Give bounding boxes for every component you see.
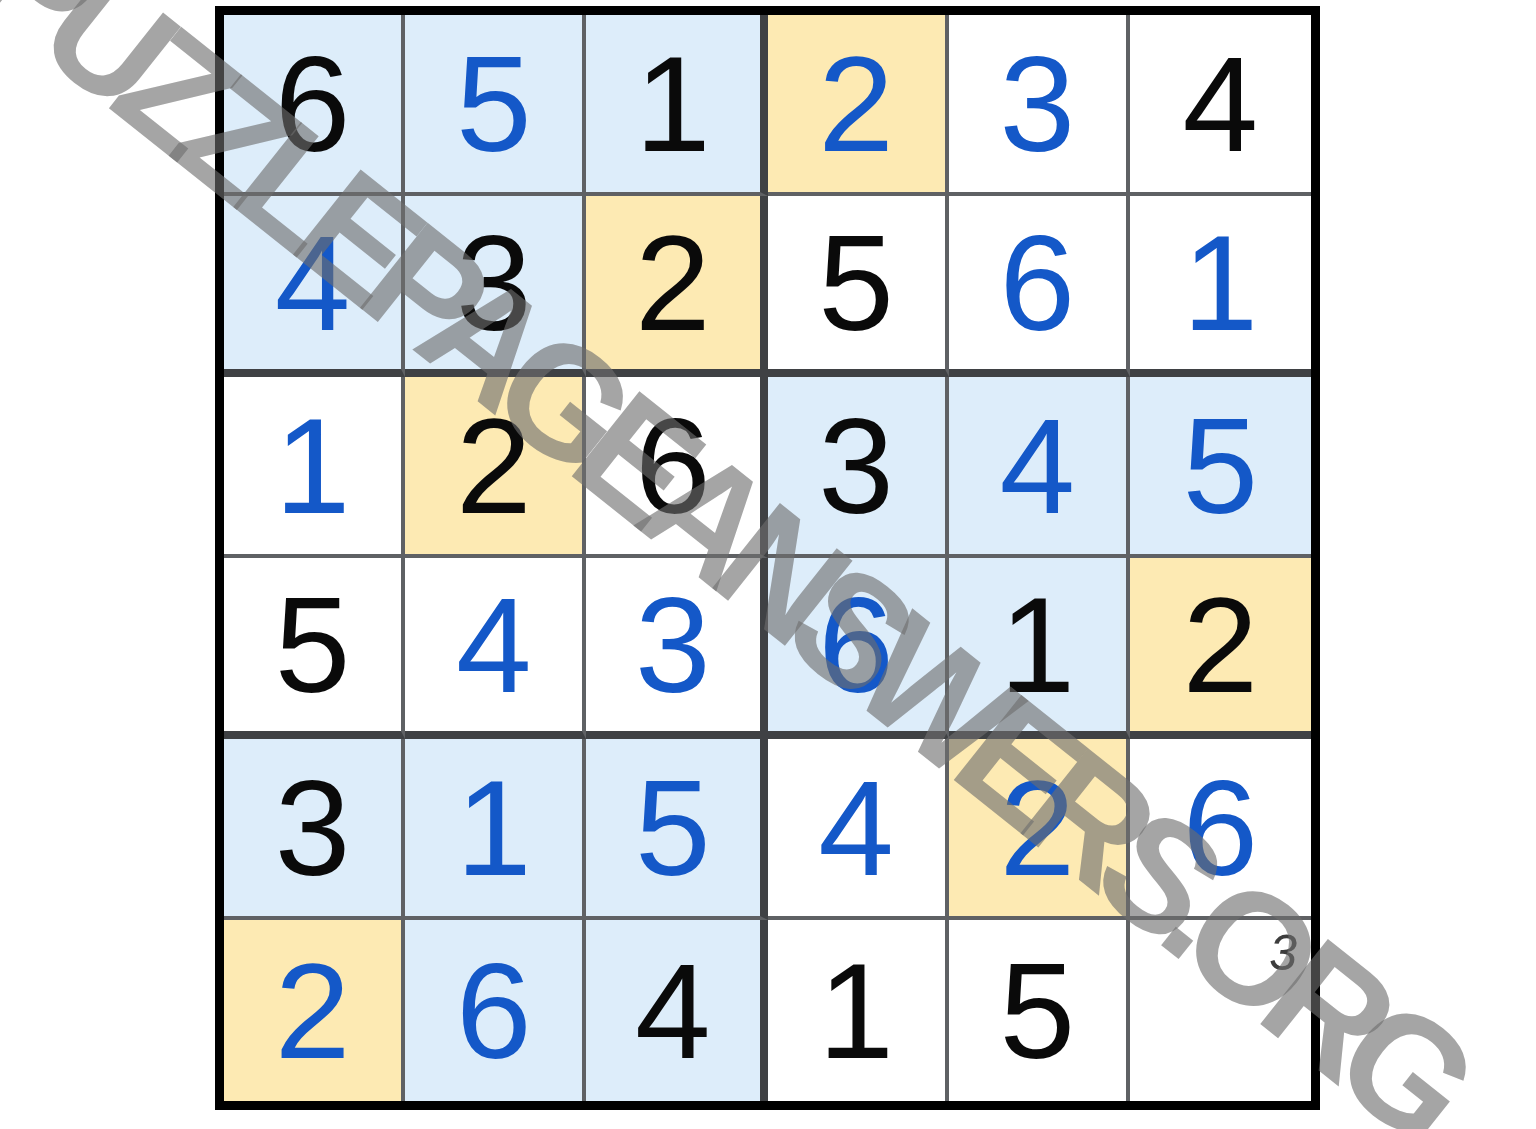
cell-r6c4[interactable]: 1 xyxy=(768,920,949,1101)
cell-value: 6 xyxy=(275,36,351,172)
cell-r2c4[interactable]: 5 xyxy=(768,196,949,377)
cell-value: 1 xyxy=(456,760,532,896)
cell-r2c2[interactable]: 3 xyxy=(405,196,586,377)
cell-r2c6[interactable]: 1 xyxy=(1130,196,1311,377)
cell-r4c2[interactable]: 4 xyxy=(405,558,586,739)
cell-r3c1[interactable]: 1 xyxy=(224,377,405,558)
cell-r1c5[interactable]: 3 xyxy=(949,15,1130,196)
cell-value: 5 xyxy=(635,760,711,896)
cell-r1c2[interactable]: 5 xyxy=(405,15,586,196)
cell-value: 6 xyxy=(1183,760,1259,896)
cell-r5c2[interactable]: 1 xyxy=(405,739,586,920)
cell-r1c1[interactable]: 6 xyxy=(224,15,405,196)
cell-value: 4 xyxy=(635,943,711,1079)
cell-value: 4 xyxy=(1183,36,1259,172)
cell-value: 2 xyxy=(999,760,1075,896)
cell-value: 3 xyxy=(635,577,711,713)
cell-value: 1 xyxy=(275,398,351,534)
sudoku-board: 651234432561126345543612315426264153 xyxy=(215,6,1320,1110)
cell-r5c3[interactable]: 5 xyxy=(586,739,767,920)
cell-r1c6[interactable]: 4 xyxy=(1130,15,1311,196)
cell-value: 4 xyxy=(275,215,351,351)
cell-r2c1[interactable]: 4 xyxy=(224,196,405,377)
cell-r3c5[interactable]: 4 xyxy=(949,377,1130,558)
cell-value: 5 xyxy=(1183,398,1259,534)
cell-r3c2[interactable]: 2 xyxy=(405,377,586,558)
cell-value: 4 xyxy=(456,577,532,713)
cell-value: 6 xyxy=(635,398,711,534)
cell-value: 5 xyxy=(456,36,532,172)
cell-value: 6 xyxy=(999,215,1075,351)
cell-value: 1 xyxy=(1183,215,1259,351)
cell-value: 1 xyxy=(818,943,894,1079)
cell-r4c6[interactable]: 2 xyxy=(1130,558,1311,739)
cell-r5c4[interactable]: 4 xyxy=(768,739,949,920)
cell-value: 5 xyxy=(999,943,1075,1079)
cell-value: 3 xyxy=(818,398,894,534)
cell-r4c4[interactable]: 6 xyxy=(768,558,949,739)
cell-value: 6 xyxy=(818,577,894,713)
cell-value: 2 xyxy=(1183,577,1259,713)
cell-r6c2[interactable]: 6 xyxy=(405,920,586,1101)
cell-value: 2 xyxy=(818,36,894,172)
cell-value: 3 xyxy=(275,760,351,896)
cell-r4c3[interactable]: 3 xyxy=(586,558,767,739)
cell-r4c5[interactable]: 1 xyxy=(949,558,1130,739)
page: { "game": "sudoku", "variant": "6x6 mini… xyxy=(0,0,1536,1129)
cell-r2c5[interactable]: 6 xyxy=(949,196,1130,377)
pencil-mark: 3 xyxy=(1269,928,1297,978)
cell-value: 6 xyxy=(456,943,532,1079)
cell-r6c6[interactable]: 3 xyxy=(1130,920,1311,1101)
cell-r5c1[interactable]: 3 xyxy=(224,739,405,920)
cell-r6c3[interactable]: 4 xyxy=(586,920,767,1101)
cell-r1c4[interactable]: 2 xyxy=(768,15,949,196)
cell-r4c1[interactable]: 5 xyxy=(224,558,405,739)
cell-value: 4 xyxy=(999,398,1075,534)
cell-value: 5 xyxy=(818,215,894,351)
cell-r2c3[interactable]: 2 xyxy=(586,196,767,377)
cell-value: 2 xyxy=(456,398,532,534)
cell-r5c6[interactable]: 6 xyxy=(1130,739,1311,920)
cell-value: 2 xyxy=(635,215,711,351)
cell-value: 5 xyxy=(275,577,351,713)
cell-value: 3 xyxy=(999,36,1075,172)
cell-r1c3[interactable]: 1 xyxy=(586,15,767,196)
cell-value: 2 xyxy=(275,943,351,1079)
cell-r5c5[interactable]: 2 xyxy=(949,739,1130,920)
cell-r3c6[interactable]: 5 xyxy=(1130,377,1311,558)
cell-r3c3[interactable]: 6 xyxy=(586,377,767,558)
cell-value: 1 xyxy=(999,577,1075,713)
cell-value: 3 xyxy=(456,215,532,351)
cell-r3c4[interactable]: 3 xyxy=(768,377,949,558)
cell-r6c1[interactable]: 2 xyxy=(224,920,405,1101)
cell-r6c5[interactable]: 5 xyxy=(949,920,1130,1101)
cell-value: 4 xyxy=(818,760,894,896)
cell-value: 1 xyxy=(635,36,711,172)
